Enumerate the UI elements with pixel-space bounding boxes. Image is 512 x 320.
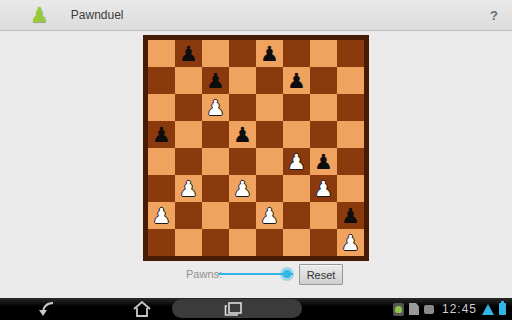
sd-card-notification-icon xyxy=(393,303,404,316)
square-d7[interactable] xyxy=(229,67,256,94)
square-b5[interactable] xyxy=(175,121,202,148)
square-h7[interactable] xyxy=(337,67,364,94)
white-pawn[interactable]: ♟ xyxy=(341,229,360,256)
square-h3[interactable] xyxy=(337,175,364,202)
white-pawn[interactable]: ♟ xyxy=(233,175,252,202)
black-pawn[interactable]: ♟ xyxy=(233,121,252,148)
square-c4[interactable] xyxy=(202,148,229,175)
status-tray[interactable]: 12:45 xyxy=(393,298,508,320)
square-a1[interactable] xyxy=(148,229,175,256)
square-b2[interactable] xyxy=(175,202,202,229)
square-e5[interactable] xyxy=(256,121,283,148)
square-e6[interactable] xyxy=(256,94,283,121)
square-d1[interactable] xyxy=(229,229,256,256)
square-f4[interactable]: ♟ xyxy=(283,148,310,175)
pawns-slider[interactable] xyxy=(216,263,296,283)
square-e3[interactable] xyxy=(256,175,283,202)
white-pawn[interactable]: ♟ xyxy=(152,202,171,229)
square-d8[interactable] xyxy=(229,40,256,67)
square-d4[interactable] xyxy=(229,148,256,175)
square-h6[interactable] xyxy=(337,94,364,121)
black-pawn[interactable]: ♟ xyxy=(260,40,279,67)
system-bar: 12:45 xyxy=(0,298,512,320)
square-c2[interactable] xyxy=(202,202,229,229)
square-e8[interactable]: ♟ xyxy=(256,40,283,67)
white-pawn[interactable]: ♟ xyxy=(206,94,225,121)
square-h1[interactable]: ♟ xyxy=(337,229,364,256)
reset-button[interactable]: Reset xyxy=(299,264,343,285)
square-c7[interactable]: ♟ xyxy=(202,67,229,94)
square-d5[interactable]: ♟ xyxy=(229,121,256,148)
square-a4[interactable] xyxy=(148,148,175,175)
square-a7[interactable] xyxy=(148,67,175,94)
square-h5[interactable] xyxy=(337,121,364,148)
white-pawn[interactable]: ♟ xyxy=(179,175,198,202)
action-bar: ♟ Pawnduel ? xyxy=(0,0,512,31)
square-h8[interactable] xyxy=(337,40,364,67)
help-button[interactable]: ? xyxy=(490,8,498,23)
square-g5[interactable] xyxy=(310,121,337,148)
white-pawn[interactable]: ♟ xyxy=(314,175,333,202)
square-b3[interactable]: ♟ xyxy=(175,175,202,202)
square-a8[interactable] xyxy=(148,40,175,67)
square-e4[interactable] xyxy=(256,148,283,175)
chess-board: ♟♟♟♟♟♟♟♟♟♟♟♟♟♟♟♟ xyxy=(143,35,369,261)
black-pawn[interactable]: ♟ xyxy=(314,148,333,175)
square-c1[interactable] xyxy=(202,229,229,256)
square-h4[interactable] xyxy=(337,148,364,175)
square-d3[interactable]: ♟ xyxy=(229,175,256,202)
square-d6[interactable] xyxy=(229,94,256,121)
square-c3[interactable] xyxy=(202,175,229,202)
clock: 12:45 xyxy=(442,302,477,316)
black-pawn[interactable]: ♟ xyxy=(287,67,306,94)
square-b1[interactable] xyxy=(175,229,202,256)
black-pawn[interactable]: ♟ xyxy=(341,202,360,229)
misc-notification-icon xyxy=(424,305,434,314)
square-f7[interactable]: ♟ xyxy=(283,67,310,94)
square-f2[interactable] xyxy=(283,202,310,229)
square-e2[interactable]: ♟ xyxy=(256,202,283,229)
square-e1[interactable] xyxy=(256,229,283,256)
square-a2[interactable]: ♟ xyxy=(148,202,175,229)
slider-thumb[interactable] xyxy=(280,267,294,281)
recents-button[interactable] xyxy=(224,301,244,317)
square-g6[interactable] xyxy=(310,94,337,121)
square-g7[interactable] xyxy=(310,67,337,94)
square-f8[interactable] xyxy=(283,40,310,67)
square-e7[interactable] xyxy=(256,67,283,94)
black-pawn[interactable]: ♟ xyxy=(206,67,225,94)
square-a3[interactable] xyxy=(148,175,175,202)
square-f3[interactable] xyxy=(283,175,310,202)
square-f5[interactable] xyxy=(283,121,310,148)
black-pawn[interactable]: ♟ xyxy=(152,121,171,148)
square-c6[interactable]: ♟ xyxy=(202,94,229,121)
app-title: Pawnduel xyxy=(71,8,124,22)
square-c5[interactable] xyxy=(202,121,229,148)
white-pawn[interactable]: ♟ xyxy=(287,148,306,175)
square-g2[interactable] xyxy=(310,202,337,229)
square-d2[interactable] xyxy=(229,202,256,229)
square-g1[interactable] xyxy=(310,229,337,256)
square-g8[interactable] xyxy=(310,40,337,67)
back-button[interactable] xyxy=(38,301,58,317)
square-h2[interactable]: ♟ xyxy=(337,202,364,229)
home-button[interactable] xyxy=(132,301,152,317)
square-a5[interactable]: ♟ xyxy=(148,121,175,148)
square-b4[interactable] xyxy=(175,148,202,175)
white-pawn[interactable]: ♟ xyxy=(260,202,279,229)
file-notification-icon xyxy=(409,303,419,315)
battery-icon xyxy=(499,303,506,315)
square-f6[interactable] xyxy=(283,94,310,121)
square-f1[interactable] xyxy=(283,229,310,256)
square-b7[interactable] xyxy=(175,67,202,94)
screen: ♟ Pawnduel ? ♟♟♟♟♟♟♟♟♟♟♟♟♟♟♟♟ Pawns: Res… xyxy=(0,0,512,320)
app-pawn-icon: ♟ xyxy=(30,0,49,30)
square-c8[interactable] xyxy=(202,40,229,67)
square-b6[interactable] xyxy=(175,94,202,121)
square-g4[interactable]: ♟ xyxy=(310,148,337,175)
black-pawn[interactable]: ♟ xyxy=(179,40,198,67)
wifi-icon xyxy=(482,304,494,315)
square-g3[interactable]: ♟ xyxy=(310,175,337,202)
square-b8[interactable]: ♟ xyxy=(175,40,202,67)
square-a6[interactable] xyxy=(148,94,175,121)
